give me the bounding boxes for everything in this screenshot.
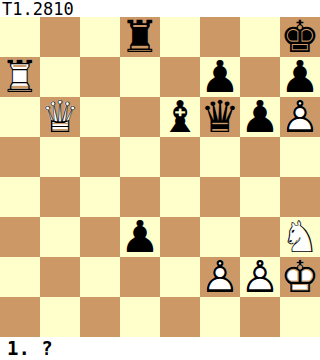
square-c3[interactable] (80, 217, 120, 257)
square-e7[interactable] (160, 57, 200, 97)
piece-white-queen[interactable]: ♛♕ (40, 97, 80, 137)
white-piece-outline-glyph: ♙ (200, 257, 240, 297)
square-d3[interactable]: ♟ (120, 217, 160, 257)
square-e4[interactable] (160, 177, 200, 217)
square-a3[interactable] (0, 217, 40, 257)
square-g6[interactable]: ♟ (240, 97, 280, 137)
square-e3[interactable] (160, 217, 200, 257)
piece-black-pawn[interactable]: ♟ (240, 97, 280, 137)
black-piece-glyph: ♟ (280, 57, 320, 97)
square-d2[interactable] (120, 257, 160, 297)
white-piece-outline-glyph: ♙ (280, 97, 320, 137)
square-d6[interactable] (120, 97, 160, 137)
square-g3[interactable] (240, 217, 280, 257)
piece-black-queen[interactable]: ♛ (200, 97, 240, 137)
square-h8[interactable]: ♚ (280, 17, 320, 57)
square-a5[interactable] (0, 137, 40, 177)
square-g7[interactable] (240, 57, 280, 97)
white-piece-outline-glyph: ♕ (40, 97, 80, 137)
square-d7[interactable] (120, 57, 160, 97)
piece-black-bishop[interactable]: ♝ (160, 97, 200, 137)
square-a1[interactable] (0, 297, 40, 337)
black-piece-glyph: ♟ (240, 97, 280, 137)
white-piece-fill-glyph: ♛ (40, 97, 80, 137)
black-piece-glyph: ♛ (200, 97, 240, 137)
square-f1[interactable] (200, 297, 240, 337)
square-b4[interactable] (40, 177, 80, 217)
square-d8[interactable]: ♜ (120, 17, 160, 57)
chess-puzzle-screen: T1.2810 ♜♚♜♖♟♟♛♕♝♛♟♟♙♟♞♘♟♙♟♙♚♔ 1. ? (0, 0, 320, 360)
black-piece-glyph: ♚ (280, 17, 320, 57)
white-piece-fill-glyph: ♟ (280, 97, 320, 137)
move-prompt-bar: 1. ? (0, 337, 320, 360)
piece-black-pawn[interactable]: ♟ (200, 57, 240, 97)
square-a2[interactable] (0, 257, 40, 297)
square-f6[interactable]: ♛ (200, 97, 240, 137)
square-h5[interactable] (280, 137, 320, 177)
white-piece-fill-glyph: ♟ (200, 257, 240, 297)
piece-white-pawn[interactable]: ♟♙ (240, 257, 280, 297)
square-f8[interactable] (200, 17, 240, 57)
square-d4[interactable] (120, 177, 160, 217)
square-a8[interactable] (0, 17, 40, 57)
piece-white-pawn[interactable]: ♟♙ (280, 97, 320, 137)
square-e8[interactable] (160, 17, 200, 57)
square-g1[interactable] (240, 297, 280, 337)
square-e5[interactable] (160, 137, 200, 177)
piece-black-king[interactable]: ♚ (280, 17, 320, 57)
square-b2[interactable] (40, 257, 80, 297)
square-c2[interactable] (80, 257, 120, 297)
square-a7[interactable]: ♜♖ (0, 57, 40, 97)
square-h7[interactable]: ♟ (280, 57, 320, 97)
square-b1[interactable] (40, 297, 80, 337)
square-h3[interactable]: ♞♘ (280, 217, 320, 257)
piece-black-pawn[interactable]: ♟ (120, 217, 160, 257)
piece-white-king[interactable]: ♚♔ (280, 257, 320, 297)
square-f7[interactable]: ♟ (200, 57, 240, 97)
square-c7[interactable] (80, 57, 120, 97)
square-b8[interactable] (40, 17, 80, 57)
square-e6[interactable]: ♝ (160, 97, 200, 137)
square-a4[interactable] (0, 177, 40, 217)
white-piece-fill-glyph: ♟ (240, 257, 280, 297)
black-piece-glyph: ♟ (120, 217, 160, 257)
piece-black-rook[interactable]: ♜ (120, 17, 160, 57)
title-bar: T1.2810 (0, 0, 320, 17)
square-f4[interactable] (200, 177, 240, 217)
white-piece-fill-glyph: ♞ (280, 217, 320, 257)
square-c5[interactable] (80, 137, 120, 177)
white-piece-fill-glyph: ♚ (280, 257, 320, 297)
square-h6[interactable]: ♟♙ (280, 97, 320, 137)
square-c6[interactable] (80, 97, 120, 137)
move-prompt: 1. ? (7, 337, 53, 359)
white-piece-outline-glyph: ♔ (280, 257, 320, 297)
square-g2[interactable]: ♟♙ (240, 257, 280, 297)
square-d1[interactable] (120, 297, 160, 337)
piece-white-pawn[interactable]: ♟♙ (200, 257, 240, 297)
square-b5[interactable] (40, 137, 80, 177)
square-c8[interactable] (80, 17, 120, 57)
square-b3[interactable] (40, 217, 80, 257)
square-f2[interactable]: ♟♙ (200, 257, 240, 297)
black-piece-glyph: ♟ (200, 57, 240, 97)
square-b6[interactable]: ♛♕ (40, 97, 80, 137)
chess-board: ♜♚♜♖♟♟♛♕♝♛♟♟♙♟♞♘♟♙♟♙♚♔ (0, 17, 320, 337)
square-b7[interactable] (40, 57, 80, 97)
square-g8[interactable] (240, 17, 280, 57)
square-g4[interactable] (240, 177, 280, 217)
square-h4[interactable] (280, 177, 320, 217)
square-a6[interactable] (0, 97, 40, 137)
square-f3[interactable] (200, 217, 240, 257)
square-c4[interactable] (80, 177, 120, 217)
square-c1[interactable] (80, 297, 120, 337)
square-h1[interactable] (280, 297, 320, 337)
piece-white-rook[interactable]: ♜♖ (0, 57, 40, 97)
square-h2[interactable]: ♚♔ (280, 257, 320, 297)
black-piece-glyph: ♝ (160, 97, 200, 137)
square-e1[interactable] (160, 297, 200, 337)
white-piece-outline-glyph: ♖ (0, 57, 40, 97)
piece-black-pawn[interactable]: ♟ (280, 57, 320, 97)
white-piece-outline-glyph: ♙ (240, 257, 280, 297)
square-d5[interactable] (120, 137, 160, 177)
square-g5[interactable] (240, 137, 280, 177)
white-piece-fill-glyph: ♜ (0, 57, 40, 97)
black-piece-glyph: ♜ (120, 17, 160, 57)
white-piece-outline-glyph: ♘ (280, 217, 320, 257)
square-f5[interactable] (200, 137, 240, 177)
square-e2[interactable] (160, 257, 200, 297)
piece-white-knight[interactable]: ♞♘ (280, 217, 320, 257)
